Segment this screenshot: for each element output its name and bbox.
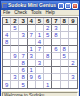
cell-r5c1[interactable]	[3, 53, 11, 60]
menu-item-tools[interactable]: Tools	[29, 10, 44, 16]
cell-r3c2[interactable]	[11, 39, 19, 46]
cell-r5c9[interactable]	[69, 53, 77, 60]
digit-button-9[interactable]: 9	[69, 18, 77, 25]
cell-r3c4[interactable]	[28, 39, 36, 46]
cell-r9c2[interactable]	[11, 81, 19, 88]
cell-r7c4[interactable]: 1	[28, 67, 36, 74]
cell-r6c8[interactable]	[61, 60, 69, 67]
cell-r2c2[interactable]	[11, 32, 19, 39]
cell-r2c5[interactable]: 1	[36, 32, 44, 39]
cell-r1c4[interactable]	[28, 25, 36, 32]
menu-item-check[interactable]: Check	[12, 10, 29, 16]
digit-button-2[interactable]: 2	[11, 18, 19, 25]
cell-r6c9[interactable]: 2	[69, 60, 77, 67]
cell-r7c8[interactable]	[61, 67, 69, 74]
cell-r1c1[interactable]	[3, 25, 11, 32]
cell-r4c3[interactable]	[19, 46, 27, 53]
cell-r5c8[interactable]: 5	[61, 53, 69, 60]
digit-button-4[interactable]: 4	[28, 18, 36, 25]
cell-r1c6[interactable]: 2	[44, 25, 52, 32]
cell-r4c1[interactable]	[3, 46, 11, 53]
digit-button-7[interactable]: 7	[52, 18, 60, 25]
board-area: 1234567895234371588417689738583261389639…	[1, 16, 79, 90]
sudoku-board: 1234567895234371588417689738583261389639…	[2, 17, 78, 89]
cell-r3c1[interactable]: 8	[3, 39, 11, 46]
cell-r9c3[interactable]: 5	[19, 81, 27, 88]
cell-r2c6[interactable]: 5	[44, 32, 52, 39]
cell-r4c2[interactable]	[11, 46, 19, 53]
cell-r7c9[interactable]	[69, 67, 77, 74]
digit-button-8[interactable]: 8	[61, 18, 69, 25]
cell-r6c6[interactable]	[44, 60, 52, 67]
cell-r8c5[interactable]: 6	[36, 74, 44, 81]
cell-r9c6[interactable]: 1	[44, 81, 52, 88]
cell-r3c8[interactable]	[61, 39, 69, 46]
cell-r9c1[interactable]: 9	[3, 81, 11, 88]
cell-r8c4[interactable]: 9	[28, 74, 36, 81]
digit-button-3[interactable]: 3	[19, 18, 27, 25]
cell-r6c3[interactable]: 8	[19, 60, 27, 67]
cell-r7c5[interactable]	[36, 67, 44, 74]
cell-r2c8[interactable]	[61, 32, 69, 39]
cell-r4c4[interactable]: 1	[28, 46, 36, 53]
cell-r8c7[interactable]	[52, 74, 60, 81]
cell-r6c2[interactable]	[11, 60, 19, 67]
digit-button-5[interactable]: 5	[36, 18, 44, 25]
close-button[interactable]: ×	[72, 3, 78, 9]
cell-r6c4[interactable]	[28, 60, 36, 67]
cell-r9c5[interactable]	[36, 81, 44, 88]
menu-item-file[interactable]: File	[1, 10, 12, 16]
cell-r6c1[interactable]	[3, 60, 11, 67]
cell-r5c5[interactable]	[36, 53, 44, 60]
cell-r4c8[interactable]: 8	[61, 46, 69, 53]
cell-r3c9[interactable]	[69, 39, 77, 46]
cell-r4c6[interactable]	[44, 46, 52, 53]
digit-button-6[interactable]: 6	[44, 18, 52, 25]
status-bar: Welcome to Sudoku	[1, 90, 79, 96]
cell-r9c8[interactable]	[61, 81, 69, 88]
cell-r9c4[interactable]	[28, 81, 36, 88]
cell-r4c5[interactable]: 7	[36, 46, 44, 53]
cell-r5c4[interactable]: 3	[28, 53, 36, 60]
cell-r1c3[interactable]	[19, 25, 27, 32]
cell-r3c7[interactable]	[52, 39, 60, 46]
cell-r1c8[interactable]	[61, 25, 69, 32]
cell-r3c3[interactable]	[19, 39, 27, 46]
cell-r2c1[interactable]: 4	[3, 32, 11, 39]
cell-r8c2[interactable]: 3	[11, 74, 19, 81]
cell-r1c2[interactable]: 5	[11, 25, 19, 32]
cell-r8c9[interactable]: 3	[69, 74, 77, 81]
cell-r5c7[interactable]	[52, 53, 60, 60]
cell-r7c2[interactable]	[11, 67, 19, 74]
cell-r5c2[interactable]: 9	[11, 53, 19, 60]
cell-r8c6[interactable]	[44, 74, 52, 81]
cell-r1c9[interactable]	[69, 25, 77, 32]
maximize-button[interactable]: □	[65, 3, 71, 9]
cell-r5c6[interactable]: 8	[44, 53, 52, 60]
cell-r1c5[interactable]	[36, 25, 44, 32]
cell-r6c5[interactable]: 3	[36, 60, 44, 67]
cell-r8c8[interactable]	[61, 74, 69, 81]
digit-button-1[interactable]: 1	[3, 18, 11, 25]
sudoku-app-icon	[2, 3, 7, 8]
cell-r5c3[interactable]: 7	[19, 53, 27, 60]
cell-r8c1[interactable]	[3, 74, 11, 81]
cell-r3c5[interactable]: 4	[36, 39, 44, 46]
cell-r2c4[interactable]: 7	[28, 32, 36, 39]
cell-r1c7[interactable]: 3	[52, 25, 60, 32]
cell-r7c1[interactable]	[3, 67, 11, 74]
cell-r7c3[interactable]: 6	[19, 67, 27, 74]
menu-item-help[interactable]: Help	[44, 10, 57, 16]
cell-r9c9[interactable]	[69, 81, 77, 88]
cell-r2c3[interactable]: 3	[19, 32, 27, 39]
cell-r4c7[interactable]: 6	[52, 46, 60, 53]
cell-r2c9[interactable]	[69, 32, 77, 39]
cell-r6c7[interactable]	[52, 60, 60, 67]
cell-r2c7[interactable]: 8	[52, 32, 60, 39]
cell-r3c6[interactable]	[44, 39, 52, 46]
minimize-button[interactable]: _	[58, 3, 64, 9]
cell-r4c9[interactable]	[69, 46, 77, 53]
sudoku-app-window: Sudoku Mini Genius _ □ × File Check Tool…	[0, 0, 80, 96]
cell-r8c3[interactable]: 8	[19, 74, 27, 81]
cell-r7c7[interactable]	[52, 67, 60, 74]
status-message: Welcome to Sudoku	[2, 92, 78, 96]
cell-r9c7[interactable]	[52, 81, 60, 88]
cell-r7c6[interactable]	[44, 67, 52, 74]
